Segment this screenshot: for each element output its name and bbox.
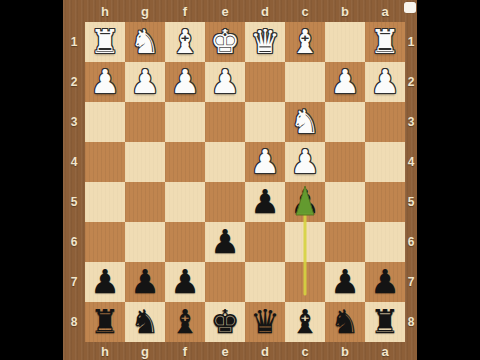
square-a6[interactable] <box>365 222 405 262</box>
square-d5[interactable]: ♟ <box>245 182 285 222</box>
rank-labels-left: 12345678 <box>63 22 85 342</box>
chess-board: hgfedcba 12345678 12345678 hgfedcba ♜♞♝♚… <box>63 0 417 360</box>
black-rook: ♜ <box>370 302 400 342</box>
square-c3[interactable]: ♞ <box>285 102 325 142</box>
file-label-g: g <box>125 342 165 360</box>
square-e2[interactable]: ♟ <box>205 62 245 102</box>
black-king: ♚ <box>210 302 240 342</box>
square-g1[interactable]: ♞ <box>125 22 165 62</box>
square-c4[interactable]: ♟ <box>285 142 325 182</box>
square-g3[interactable] <box>125 102 165 142</box>
square-h8[interactable]: ♜ <box>85 302 125 342</box>
white-pawn: ♟ <box>250 142 280 182</box>
rank-label-4: 4 <box>405 142 417 182</box>
square-e7[interactable] <box>205 262 245 302</box>
square-g8[interactable]: ♞ <box>125 302 165 342</box>
rank-label-6: 6 <box>63 222 85 262</box>
square-a5[interactable] <box>365 182 405 222</box>
overlay-square-icon[interactable] <box>404 2 416 13</box>
square-f7[interactable]: ♟ <box>165 262 205 302</box>
black-pawn: ♟ <box>170 262 200 302</box>
square-f8[interactable]: ♝ <box>165 302 205 342</box>
square-e5[interactable] <box>205 182 245 222</box>
black-knight: ♞ <box>130 302 160 342</box>
video-frame: hgfedcba 12345678 12345678 hgfedcba ♜♞♝♚… <box>0 0 480 360</box>
square-g4[interactable] <box>125 142 165 182</box>
file-label-d: d <box>245 0 285 22</box>
square-g5[interactable] <box>125 182 165 222</box>
square-h7[interactable]: ♟ <box>85 262 125 302</box>
square-d8[interactable]: ♛ <box>245 302 285 342</box>
white-pawn: ♟ <box>130 62 160 102</box>
file-labels-bottom: hgfedcba <box>85 342 405 360</box>
white-bishop: ♝ <box>290 22 320 62</box>
file-label-c: c <box>285 0 325 22</box>
rank-label-1: 1 <box>63 22 85 62</box>
white-pawn: ♟ <box>170 62 200 102</box>
square-f1[interactable]: ♝ <box>165 22 205 62</box>
file-label-e: e <box>205 342 245 360</box>
square-h1[interactable]: ♜ <box>85 22 125 62</box>
square-f5[interactable] <box>165 182 205 222</box>
white-pawn: ♟ <box>290 142 320 182</box>
square-f2[interactable]: ♟ <box>165 62 205 102</box>
rank-label-5: 5 <box>63 182 85 222</box>
square-a2[interactable]: ♟ <box>365 62 405 102</box>
rank-label-1: 1 <box>405 22 417 62</box>
square-e8[interactable]: ♚ <box>205 302 245 342</box>
white-rook: ♜ <box>90 22 120 62</box>
black-pawn: ♟ <box>250 182 280 222</box>
white-knight: ♞ <box>290 102 320 142</box>
rank-label-5: 5 <box>405 182 417 222</box>
white-knight: ♞ <box>130 22 160 62</box>
square-a4[interactable] <box>365 142 405 182</box>
square-a7[interactable]: ♟ <box>365 262 405 302</box>
white-pawn: ♟ <box>370 62 400 102</box>
rank-label-4: 4 <box>63 142 85 182</box>
square-b5[interactable] <box>325 182 365 222</box>
square-b6[interactable] <box>325 222 365 262</box>
file-labels-top: hgfedcba <box>85 0 405 22</box>
black-pawn: ♟ <box>330 262 360 302</box>
black-pawn: ♟ <box>290 182 320 222</box>
square-c6[interactable] <box>285 222 325 262</box>
square-b8[interactable]: ♞ <box>325 302 365 342</box>
rank-label-2: 2 <box>63 62 85 102</box>
file-label-b: b <box>325 342 365 360</box>
file-label-h: h <box>85 342 125 360</box>
rank-label-8: 8 <box>63 302 85 342</box>
square-h6[interactable] <box>85 222 125 262</box>
square-a3[interactable] <box>365 102 405 142</box>
file-label-f: f <box>165 342 205 360</box>
square-g6[interactable] <box>125 222 165 262</box>
file-label-e: e <box>205 0 245 22</box>
file-label-a: a <box>365 0 405 22</box>
file-label-d: d <box>245 342 285 360</box>
square-f3[interactable] <box>165 102 205 142</box>
black-pawn: ♟ <box>90 262 120 302</box>
square-e3[interactable] <box>205 102 245 142</box>
rank-label-3: 3 <box>63 102 85 142</box>
square-h4[interactable] <box>85 142 125 182</box>
black-rook: ♜ <box>90 302 120 342</box>
square-c1[interactable]: ♝ <box>285 22 325 62</box>
black-bishop: ♝ <box>170 302 200 342</box>
square-d7[interactable] <box>245 262 285 302</box>
board-squares: ♜♞♝♚♛♝♜♟♟♟♟♟♟♞♟♟♟♟♟♟♟♟♟♟♜♞♝♚♛♝♞♜ <box>85 22 405 342</box>
file-label-a: a <box>365 342 405 360</box>
rank-label-8: 8 <box>405 302 417 342</box>
square-g2[interactable]: ♟ <box>125 62 165 102</box>
black-pawn: ♟ <box>370 262 400 302</box>
square-d4[interactable]: ♟ <box>245 142 285 182</box>
square-f6[interactable] <box>165 222 205 262</box>
square-d3[interactable] <box>245 102 285 142</box>
white-king: ♚ <box>210 22 240 62</box>
white-pawn: ♟ <box>330 62 360 102</box>
square-h3[interactable] <box>85 102 125 142</box>
rank-label-3: 3 <box>405 102 417 142</box>
white-rook: ♜ <box>370 22 400 62</box>
square-c7[interactable] <box>285 262 325 302</box>
square-b3[interactable] <box>325 102 365 142</box>
square-h5[interactable] <box>85 182 125 222</box>
square-e4[interactable] <box>205 142 245 182</box>
rank-label-7: 7 <box>405 262 417 302</box>
square-h2[interactable]: ♟ <box>85 62 125 102</box>
square-d6[interactable] <box>245 222 285 262</box>
square-d2[interactable] <box>245 62 285 102</box>
square-d1[interactable]: ♛ <box>245 22 285 62</box>
white-pawn: ♟ <box>90 62 120 102</box>
white-bishop: ♝ <box>170 22 200 62</box>
square-e1[interactable]: ♚ <box>205 22 245 62</box>
square-a8[interactable]: ♜ <box>365 302 405 342</box>
square-g7[interactable]: ♟ <box>125 262 165 302</box>
file-label-g: g <box>125 0 165 22</box>
file-label-h: h <box>85 0 125 22</box>
square-b1[interactable] <box>325 22 365 62</box>
square-b2[interactable]: ♟ <box>325 62 365 102</box>
black-queen: ♛ <box>250 302 280 342</box>
rank-label-2: 2 <box>405 62 417 102</box>
file-label-f: f <box>165 0 205 22</box>
square-f4[interactable] <box>165 142 205 182</box>
black-pawn: ♟ <box>130 262 160 302</box>
rank-labels-right: 12345678 <box>405 22 417 342</box>
square-b7[interactable]: ♟ <box>325 262 365 302</box>
black-bishop: ♝ <box>290 302 320 342</box>
file-label-b: b <box>325 0 365 22</box>
rank-label-7: 7 <box>63 262 85 302</box>
square-e6[interactable]: ♟ <box>205 222 245 262</box>
square-c2[interactable] <box>285 62 325 102</box>
rank-label-6: 6 <box>405 222 417 262</box>
file-label-c: c <box>285 342 325 360</box>
white-queen: ♛ <box>250 22 280 62</box>
square-b4[interactable] <box>325 142 365 182</box>
square-c5[interactable]: ♟ <box>285 182 325 222</box>
white-pawn: ♟ <box>210 62 240 102</box>
square-c8[interactable]: ♝ <box>285 302 325 342</box>
black-knight: ♞ <box>330 302 360 342</box>
black-pawn: ♟ <box>210 222 240 262</box>
square-a1[interactable]: ♜ <box>365 22 405 62</box>
